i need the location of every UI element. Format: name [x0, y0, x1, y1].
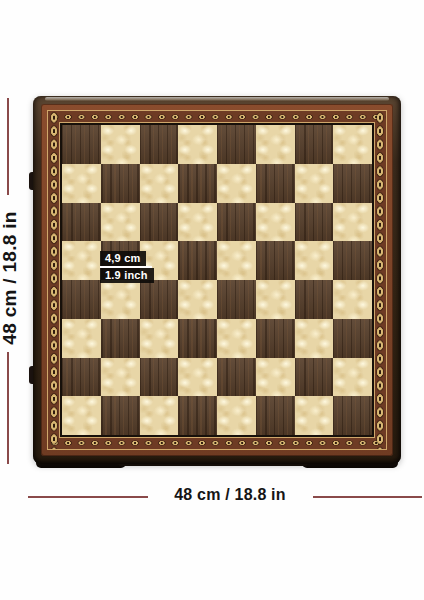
- board-square-e2: [217, 358, 256, 397]
- board-square-c6: [140, 203, 179, 242]
- board-square-c4: [140, 280, 179, 319]
- board-square-a1: [62, 396, 101, 435]
- board-square-e8: [217, 125, 256, 164]
- inlay-strip-left: [48, 111, 60, 449]
- board-square-b8: [101, 125, 140, 164]
- dimension-line-horizontal-left: [28, 496, 148, 498]
- product-photo-stage: 48 cm / 18.8 in 48 cm / 18.8 in 4,9 cm 1…: [0, 0, 424, 600]
- board-square-c8: [140, 125, 179, 164]
- board-square-f8: [256, 125, 295, 164]
- board-square-g2: [295, 358, 334, 397]
- inlay-strip-top: [48, 111, 386, 123]
- board-square-b7: [101, 164, 140, 203]
- board-square-f5: [256, 241, 295, 280]
- vertical-dimension-label: 48 cm / 18.8 in: [0, 193, 25, 363]
- dimension-line-horizontal-right: [313, 496, 422, 498]
- board-square-b4: [101, 280, 140, 319]
- board-square-f4: [256, 280, 295, 319]
- board-square-e1: [217, 396, 256, 435]
- dimension-line-vertical-upper: [7, 98, 9, 195]
- board-square-g4: [295, 280, 334, 319]
- board-square-c7: [140, 164, 179, 203]
- diamond-inlay-border: [47, 110, 387, 450]
- board-square-b3: [101, 319, 140, 358]
- board-square-a2: [62, 358, 101, 397]
- board-top-edge-highlight: [45, 97, 389, 101]
- board-square-f3: [256, 319, 295, 358]
- board-square-d4: [178, 280, 217, 319]
- board-square-a4: [62, 280, 101, 319]
- board-square-g5: [295, 241, 334, 280]
- board-square-b1: [101, 396, 140, 435]
- board-square-c3: [140, 319, 179, 358]
- board-square-e6: [217, 203, 256, 242]
- board-square-h6: [333, 203, 372, 242]
- mahogany-border: [41, 104, 393, 456]
- board-square-h4: [333, 280, 372, 319]
- board-square-e7: [217, 164, 256, 203]
- board-square-e3: [217, 319, 256, 358]
- board-square-e4: [217, 280, 256, 319]
- board-square-f2: [256, 358, 295, 397]
- board-square-h2: [333, 358, 372, 397]
- board-square-h8: [333, 125, 372, 164]
- board-square-d2: [178, 358, 217, 397]
- board-square-a7: [62, 164, 101, 203]
- horizontal-dimension-label: 48 cm / 18.8 in: [150, 486, 310, 504]
- board-square-h1: [333, 396, 372, 435]
- board-square-d8: [178, 125, 217, 164]
- board-square-g6: [295, 203, 334, 242]
- board-square-a3: [62, 319, 101, 358]
- inlay-strip-bottom: [48, 437, 386, 449]
- board-square-g8: [295, 125, 334, 164]
- board-square-e5: [217, 241, 256, 280]
- board-square-b6: [101, 203, 140, 242]
- board-square-f7: [256, 164, 295, 203]
- board-square-d7: [178, 164, 217, 203]
- board-square-a5: [62, 241, 101, 280]
- dimension-line-vertical-lower: [7, 352, 9, 464]
- board-square-a6: [62, 203, 101, 242]
- board-square-d1: [178, 396, 217, 435]
- board-square-d3: [178, 319, 217, 358]
- inlay-strip-right: [374, 111, 386, 449]
- square-size-cm: 4,9 cm: [100, 251, 146, 266]
- board-square-a8: [62, 125, 101, 164]
- board-square-f1: [256, 396, 295, 435]
- board-square-h5: [333, 241, 372, 280]
- board-square-f6: [256, 203, 295, 242]
- board-square-h3: [333, 319, 372, 358]
- square-size-label: 4,9 cm 1.9 inch: [100, 251, 154, 283]
- board-square-h7: [333, 164, 372, 203]
- board-square-c2: [140, 358, 179, 397]
- board-square-d5: [178, 241, 217, 280]
- board-square-g7: [295, 164, 334, 203]
- board-square-b2: [101, 358, 140, 397]
- chess-board: [33, 96, 401, 464]
- square-size-inch: 1.9 inch: [100, 268, 154, 283]
- board-square-d6: [178, 203, 217, 242]
- board-square-g1: [295, 396, 334, 435]
- board-square-c1: [140, 396, 179, 435]
- board-square-g3: [295, 319, 334, 358]
